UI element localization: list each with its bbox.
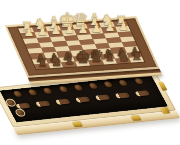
chess-board [4, 16, 159, 78]
stored-piece [88, 83, 98, 89]
stored-piece [134, 78, 144, 84]
stored-piece [35, 101, 50, 107]
stored-piece [43, 87, 53, 93]
stored-piece [28, 89, 38, 95]
stored-piece [135, 90, 150, 96]
stored-piece [73, 84, 83, 90]
stored-piece [119, 80, 129, 86]
stored-piece [58, 86, 68, 92]
stored-piece [55, 99, 70, 105]
stored-piece [95, 94, 110, 100]
stored-piece [14, 108, 27, 117]
square-a8 [128, 57, 144, 63]
product-photo: ♜♞♝♛♚♝♞♜♟♟♟♟♟♟♟♟♟♟♟♟♟♟♟♟♜♞♝♛♚♝♞♜ [0, 0, 180, 145]
squares-grid [18, 21, 144, 69]
stored-piece [75, 97, 90, 103]
stored-piece [103, 81, 113, 87]
stored-piece [115, 92, 130, 98]
stored-piece [13, 91, 23, 97]
brass-hinge [72, 122, 82, 128]
brass-hinge [131, 115, 141, 121]
